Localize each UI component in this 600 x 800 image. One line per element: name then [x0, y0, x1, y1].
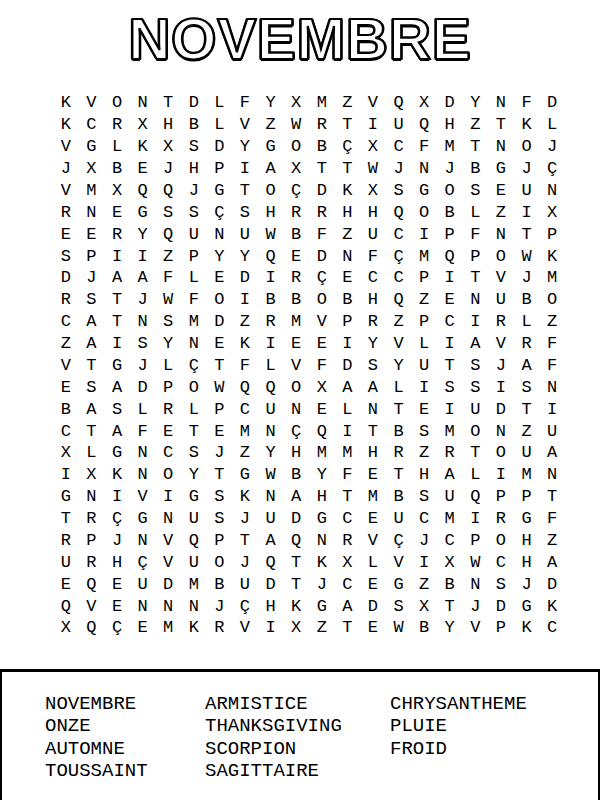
- grid-cell: X: [283, 158, 309, 180]
- grid-cell: O: [437, 180, 463, 202]
- grid-cell: T: [335, 486, 361, 508]
- grid-cell: P: [411, 311, 437, 333]
- grid-cell: P: [463, 245, 489, 267]
- grid-cell: N: [181, 595, 207, 617]
- grid-cell: F: [463, 223, 489, 245]
- grid-cell: E: [283, 245, 309, 267]
- grid-cell: N: [130, 442, 156, 464]
- word-list-panel: NOVEMBREONZEAUTOMNETOUSSAINT ARMISTICETH…: [0, 669, 600, 800]
- word-list-item: TOUSSAINT: [45, 760, 148, 782]
- grid-cell: K: [539, 245, 565, 267]
- grid-cell: I: [104, 486, 130, 508]
- grid-cell: J: [181, 180, 207, 202]
- grid-cell: P: [514, 486, 540, 508]
- grid-cell: B: [411, 617, 437, 639]
- grid-cell: X: [155, 136, 181, 158]
- grid-cell: O: [283, 376, 309, 398]
- grid-cell: X: [283, 617, 309, 639]
- grid-cell: B: [283, 223, 309, 245]
- grid-cell: S: [386, 180, 412, 202]
- grid-cell: B: [335, 289, 361, 311]
- grid-cell: O: [411, 201, 437, 223]
- grid-cell: I: [463, 508, 489, 530]
- grid-cell: R: [488, 508, 514, 530]
- grid-cell: N: [488, 136, 514, 158]
- grid-cell: W: [155, 289, 181, 311]
- grid-cell: B: [181, 114, 207, 136]
- grid-cell: S: [130, 333, 156, 355]
- grid-cell: G: [79, 136, 105, 158]
- grid-cell: I: [463, 311, 489, 333]
- grid-cell: R: [258, 311, 284, 333]
- grid-cell: G: [411, 180, 437, 202]
- grid-cell: Z: [514, 420, 540, 442]
- grid-cell: E: [335, 267, 361, 289]
- grid-cell: T: [207, 355, 233, 377]
- grid-cell: Ç: [283, 180, 309, 202]
- grid-cell: R: [283, 267, 309, 289]
- grid-cell: O: [488, 530, 514, 552]
- grid-cell: T: [309, 158, 335, 180]
- grid-cell: T: [335, 114, 361, 136]
- grid-cell: D: [181, 92, 207, 114]
- grid-cell: E: [130, 158, 156, 180]
- grid-cell: Y: [258, 442, 284, 464]
- grid-cell: Z: [335, 223, 361, 245]
- grid-cell: H: [335, 201, 361, 223]
- grid-cell: J: [232, 551, 258, 573]
- grid-cell: J: [437, 158, 463, 180]
- grid-cell: J: [488, 355, 514, 377]
- grid-cell: O: [207, 551, 233, 573]
- grid-cell: V: [360, 92, 386, 114]
- grid-cell: V: [309, 311, 335, 333]
- grid-cell: C: [335, 573, 361, 595]
- grid-cell: E: [53, 376, 79, 398]
- grid-cell: B: [53, 398, 79, 420]
- grid-cell: Q: [130, 180, 156, 202]
- grid-cell: V: [130, 486, 156, 508]
- grid-cell: K: [514, 114, 540, 136]
- grid-cell: C: [79, 114, 105, 136]
- grid-cell: O: [207, 289, 233, 311]
- grid-cell: X: [411, 595, 437, 617]
- grid-cell: W: [360, 158, 386, 180]
- grid-cell: T: [283, 551, 309, 573]
- grid-cell: S: [207, 508, 233, 530]
- grid-cell: E: [283, 333, 309, 355]
- grid-cell: L: [130, 398, 156, 420]
- grid-cell: N: [283, 398, 309, 420]
- grid-cell: P: [411, 267, 437, 289]
- grid-cell: T: [155, 92, 181, 114]
- grid-cell: Q: [283, 530, 309, 552]
- grid-cell: D: [539, 92, 565, 114]
- grid-cell: N: [130, 530, 156, 552]
- grid-cell: H: [181, 158, 207, 180]
- grid-cell: N: [360, 398, 386, 420]
- grid-cell: D: [488, 398, 514, 420]
- grid-cell: U: [181, 551, 207, 573]
- grid-cell: I: [488, 376, 514, 398]
- grid-cell: A: [79, 311, 105, 333]
- word-list-item: SCORPION: [205, 738, 342, 760]
- word-list-item: ONZE: [45, 715, 148, 737]
- grid-cell: F: [411, 136, 437, 158]
- grid-cell: Q: [155, 180, 181, 202]
- grid-cell: S: [488, 573, 514, 595]
- grid-cell: A: [79, 398, 105, 420]
- grid-cell: H: [360, 289, 386, 311]
- grid-cell: O: [258, 180, 284, 202]
- word-list-item: NOVEMBRE: [45, 693, 148, 715]
- grid-cell: D: [309, 245, 335, 267]
- grid-cell: J: [309, 573, 335, 595]
- grid-cell: V: [232, 617, 258, 639]
- grid-cell: Ç: [539, 158, 565, 180]
- grid-cell: U: [386, 114, 412, 136]
- grid-cell: J: [207, 442, 233, 464]
- grid-cell: I: [539, 398, 565, 420]
- grid-cell: T: [437, 355, 463, 377]
- grid-cell: X: [79, 464, 105, 486]
- word-search-grid: KVONTDLFYXMZVQXDYNFDKCRXHBLVZWRTIUQHZTKL…: [53, 92, 565, 639]
- grid-cell: N: [155, 595, 181, 617]
- grid-cell: I: [360, 114, 386, 136]
- grid-cell: H: [283, 442, 309, 464]
- grid-cell: Q: [463, 486, 489, 508]
- grid-cell: S: [463, 376, 489, 398]
- grid-cell: G: [181, 486, 207, 508]
- grid-cell: V: [79, 92, 105, 114]
- grid-cell: U: [258, 398, 284, 420]
- grid-cell: Z: [539, 311, 565, 333]
- grid-cell: N: [79, 201, 105, 223]
- grid-cell: S: [232, 201, 258, 223]
- grid-cell: R: [514, 333, 540, 355]
- grid-cell: C: [386, 136, 412, 158]
- grid-cell: X: [360, 136, 386, 158]
- grid-cell: F: [232, 355, 258, 377]
- grid-cell: C: [335, 508, 361, 530]
- grid-cell: Y: [130, 223, 156, 245]
- grid-cell: E: [79, 223, 105, 245]
- grid-cell: L: [258, 355, 284, 377]
- grid-cell: T: [104, 289, 130, 311]
- grid-cell: G: [488, 158, 514, 180]
- grid-cell: C: [360, 267, 386, 289]
- grid-cell: Q: [411, 114, 437, 136]
- grid-cell: O: [104, 92, 130, 114]
- grid-cell: F: [181, 289, 207, 311]
- grid-cell: B: [309, 136, 335, 158]
- grid-cell: Q: [258, 551, 284, 573]
- grid-cell: W: [283, 114, 309, 136]
- grid-cell: L: [386, 376, 412, 398]
- grid-cell: T: [104, 311, 130, 333]
- grid-cell: P: [539, 223, 565, 245]
- grid-cell: Y: [207, 245, 233, 267]
- grid-cell: R: [155, 398, 181, 420]
- grid-cell: T: [386, 398, 412, 420]
- grid-cell: A: [104, 376, 130, 398]
- grid-cell: V: [386, 333, 412, 355]
- grid-cell: A: [463, 333, 489, 355]
- grid-cell: W: [463, 551, 489, 573]
- grid-cell: H: [258, 201, 284, 223]
- grid-cell: A: [104, 420, 130, 442]
- grid-cell: B: [437, 201, 463, 223]
- grid-cell: N: [539, 180, 565, 202]
- grid-cell: R: [386, 442, 412, 464]
- grid-cell: L: [207, 114, 233, 136]
- grid-cell: T: [514, 398, 540, 420]
- grid-cell: M: [539, 267, 565, 289]
- grid-cell: K: [104, 464, 130, 486]
- grid-cell: V: [488, 267, 514, 289]
- grid-cell: F: [309, 355, 335, 377]
- grid-cell: M: [181, 573, 207, 595]
- grid-cell: A: [335, 376, 361, 398]
- grid-cell: S: [181, 136, 207, 158]
- grid-cell: E: [155, 420, 181, 442]
- grid-cell: Q: [232, 376, 258, 398]
- grid-cell: R: [335, 530, 361, 552]
- grid-cell: V: [155, 530, 181, 552]
- grid-cell: J: [463, 595, 489, 617]
- grid-cell: V: [79, 595, 105, 617]
- grid-cell: S: [463, 180, 489, 202]
- grid-cell: Z: [232, 442, 258, 464]
- grid-cell: Q: [258, 245, 284, 267]
- grid-cell: N: [79, 486, 105, 508]
- grid-cell: U: [181, 223, 207, 245]
- grid-cell: B: [104, 158, 130, 180]
- grid-cell: K: [130, 136, 156, 158]
- grid-cell: Q: [53, 595, 79, 617]
- grid-cell: T: [514, 223, 540, 245]
- grid-cell: T: [386, 464, 412, 486]
- word-search-page: NOVEMBRE KVONTDLFYXMZVQXDYNFDKCRXHBLVZWR…: [0, 0, 600, 800]
- grid-cell: H: [360, 442, 386, 464]
- word-list-item: SAGITTAIRE: [205, 760, 342, 782]
- grid-cell: X: [539, 201, 565, 223]
- grid-cell: U: [539, 420, 565, 442]
- grid-cell: S: [437, 376, 463, 398]
- grid-cell: P: [335, 311, 361, 333]
- grid-cell: C: [539, 617, 565, 639]
- grid-cell: J: [514, 267, 540, 289]
- grid-cell: O: [488, 245, 514, 267]
- grid-cell: J: [232, 508, 258, 530]
- grid-cell: G: [130, 508, 156, 530]
- grid-cell: U: [411, 355, 437, 377]
- grid-cell: N: [335, 245, 361, 267]
- grid-cell: H: [437, 114, 463, 136]
- grid-cell: K: [232, 486, 258, 508]
- grid-cell: C: [53, 420, 79, 442]
- grid-cell: M: [437, 136, 463, 158]
- grid-cell: C: [155, 442, 181, 464]
- grid-cell: E: [360, 573, 386, 595]
- grid-cell: M: [437, 420, 463, 442]
- grid-cell: Q: [386, 201, 412, 223]
- grid-cell: Z: [53, 333, 79, 355]
- grid-cell: S: [79, 289, 105, 311]
- grid-cell: N: [488, 420, 514, 442]
- word-list-item: THANKSGIVING: [205, 715, 342, 737]
- grid-cell: P: [181, 245, 207, 267]
- grid-cell: K: [309, 551, 335, 573]
- grid-cell: U: [514, 442, 540, 464]
- grid-cell: D: [360, 595, 386, 617]
- grid-cell: M: [309, 442, 335, 464]
- grid-cell: E: [411, 398, 437, 420]
- grid-cell: T: [539, 486, 565, 508]
- grid-cell: Y: [258, 92, 284, 114]
- grid-cell: G: [309, 508, 335, 530]
- grid-cell: O: [155, 464, 181, 486]
- grid-cell: N: [130, 311, 156, 333]
- grid-cell: K: [53, 114, 79, 136]
- grid-cell: C: [488, 551, 514, 573]
- grid-cell: G: [514, 508, 540, 530]
- grid-cell: N: [539, 376, 565, 398]
- grid-cell: H: [258, 595, 284, 617]
- grid-cell: B: [283, 289, 309, 311]
- grid-cell: Q: [386, 92, 412, 114]
- grid-cell: T: [335, 158, 361, 180]
- grid-cell: R: [309, 201, 335, 223]
- grid-cell: S: [181, 442, 207, 464]
- grid-cell: T: [463, 136, 489, 158]
- grid-cell: J: [207, 595, 233, 617]
- grid-cell: E: [309, 398, 335, 420]
- grid-cell: B: [386, 486, 412, 508]
- grid-cell: F: [335, 464, 361, 486]
- grid-cell: E: [488, 180, 514, 202]
- grid-cell: L: [463, 464, 489, 486]
- grid-cell: Q: [79, 573, 105, 595]
- grid-cell: N: [155, 508, 181, 530]
- word-list-column-3: CHRYSANTHEMEPLUIEFROID: [390, 693, 527, 760]
- grid-cell: S: [181, 201, 207, 223]
- grid-cell: Z: [411, 442, 437, 464]
- grid-cell: K: [514, 617, 540, 639]
- grid-cell: Ç: [232, 595, 258, 617]
- grid-cell: H: [514, 551, 540, 573]
- grid-cell: W: [258, 464, 284, 486]
- grid-cell: U: [488, 289, 514, 311]
- grid-cell: Ç: [335, 136, 361, 158]
- grid-cell: L: [411, 333, 437, 355]
- grid-cell: I: [155, 486, 181, 508]
- grid-cell: A: [539, 551, 565, 573]
- grid-cell: V: [463, 617, 489, 639]
- grid-cell: I: [437, 398, 463, 420]
- grid-cell: R: [53, 201, 79, 223]
- grid-cell: X: [335, 551, 361, 573]
- grid-cell: R: [207, 617, 233, 639]
- grid-cell: I: [488, 464, 514, 486]
- grid-cell: J: [514, 573, 540, 595]
- grid-cell: I: [104, 333, 130, 355]
- grid-cell: D: [207, 311, 233, 333]
- grid-cell: Y: [181, 464, 207, 486]
- grid-cell: M: [232, 420, 258, 442]
- grid-cell: D: [335, 355, 361, 377]
- grid-cell: Z: [335, 92, 361, 114]
- grid-cell: G: [130, 201, 156, 223]
- grid-cell: T: [335, 617, 361, 639]
- grid-cell: Y: [232, 136, 258, 158]
- grid-cell: D: [488, 595, 514, 617]
- grid-cell: I: [335, 420, 361, 442]
- grid-cell: F: [232, 92, 258, 114]
- grid-cell: X: [437, 551, 463, 573]
- grid-cell: K: [335, 180, 361, 202]
- grid-cell: B: [386, 420, 412, 442]
- grid-cell: X: [283, 92, 309, 114]
- grid-cell: Z: [232, 311, 258, 333]
- grid-cell: D: [309, 180, 335, 202]
- grid-cell: N: [463, 573, 489, 595]
- grid-cell: Ç: [104, 508, 130, 530]
- grid-cell: Y: [155, 333, 181, 355]
- grid-cell: E: [360, 464, 386, 486]
- grid-cell: Y: [437, 617, 463, 639]
- grid-cell: U: [181, 508, 207, 530]
- grid-cell: D: [232, 267, 258, 289]
- grid-cell: L: [207, 92, 233, 114]
- grid-cell: B: [514, 289, 540, 311]
- grid-cell: O: [309, 289, 335, 311]
- grid-cell: K: [181, 617, 207, 639]
- grid-cell: Y: [360, 333, 386, 355]
- grid-cell: Y: [386, 355, 412, 377]
- grid-cell: V: [283, 355, 309, 377]
- grid-cell: I: [232, 158, 258, 180]
- grid-cell: S: [411, 486, 437, 508]
- grid-cell: L: [104, 136, 130, 158]
- grid-cell: X: [104, 180, 130, 202]
- grid-cell: H: [309, 486, 335, 508]
- grid-cell: L: [360, 551, 386, 573]
- grid-cell: V: [488, 333, 514, 355]
- grid-cell: C: [386, 267, 412, 289]
- grid-cell: P: [79, 530, 105, 552]
- grid-cell: P: [79, 245, 105, 267]
- grid-cell: R: [79, 551, 105, 573]
- grid-cell: N: [207, 223, 233, 245]
- grid-cell: J: [130, 355, 156, 377]
- grid-cell: K: [53, 92, 79, 114]
- grid-cell: N: [539, 464, 565, 486]
- grid-cell: U: [360, 223, 386, 245]
- grid-cell: M: [514, 464, 540, 486]
- grid-cell: C: [437, 530, 463, 552]
- grid-cell: Y: [232, 245, 258, 267]
- grid-cell: T: [463, 442, 489, 464]
- grid-cell: D: [53, 267, 79, 289]
- grid-cell: G: [104, 355, 130, 377]
- grid-cell: F: [130, 420, 156, 442]
- grid-cell: Z: [309, 617, 335, 639]
- grid-cell: K: [232, 333, 258, 355]
- grid-cell: S: [79, 376, 105, 398]
- grid-cell: D: [258, 573, 284, 595]
- grid-cell: H: [514, 530, 540, 552]
